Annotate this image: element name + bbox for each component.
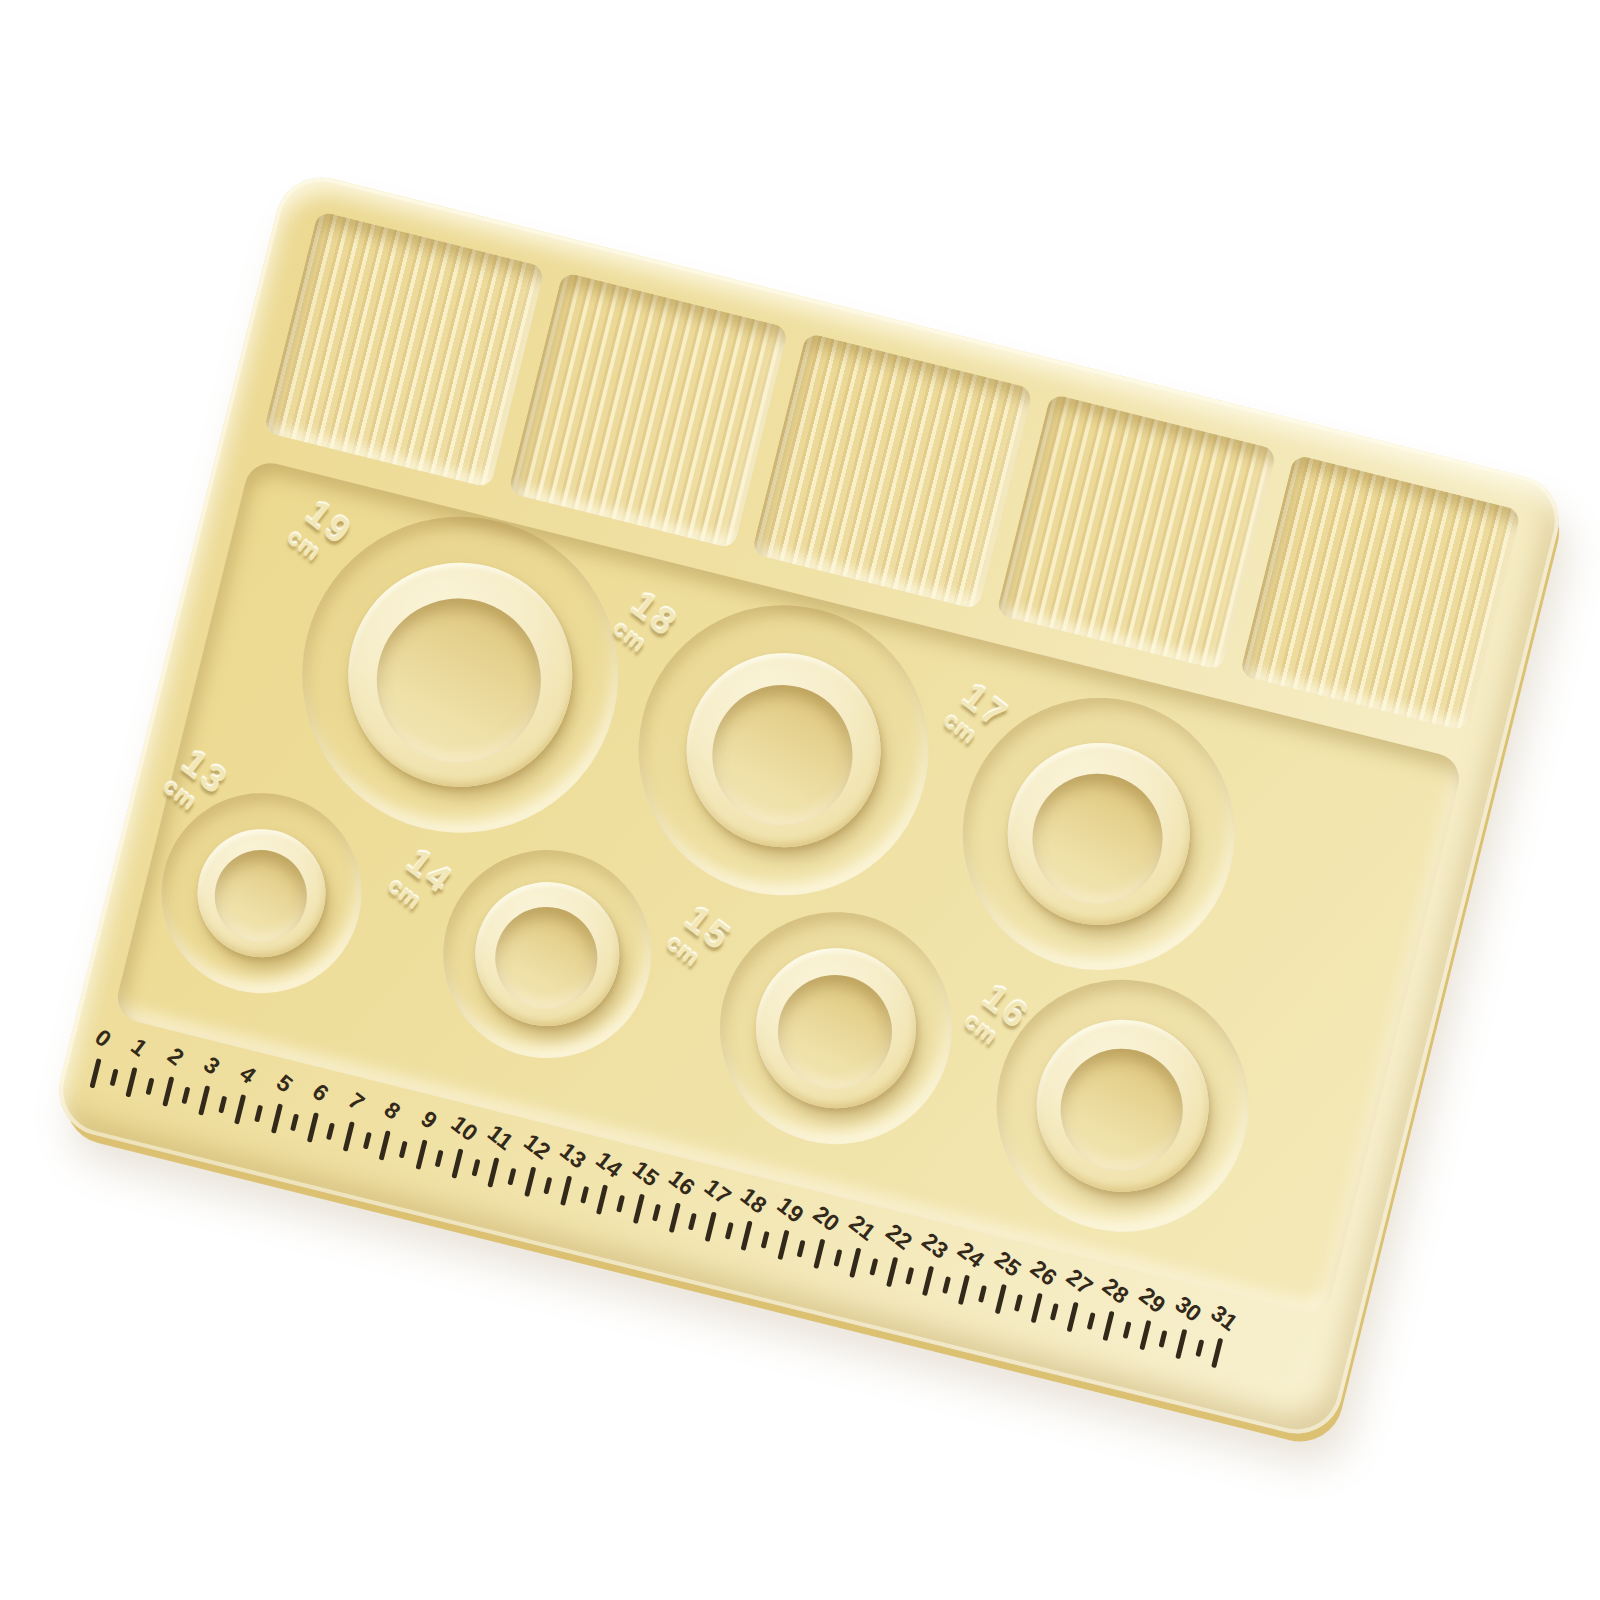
ruler-number: 18 <box>735 1182 772 1219</box>
ruler-tick <box>797 1240 806 1258</box>
ruler-tick <box>978 1285 987 1303</box>
ruler-number: 17 <box>699 1173 736 1210</box>
ruler-number: 27 <box>1061 1264 1098 1301</box>
storage-compartment <box>1240 454 1522 732</box>
ruler-tick <box>218 1096 227 1114</box>
ruler-tick <box>290 1114 299 1132</box>
ruler-number: 3 <box>198 1051 225 1080</box>
ruler-number: 29 <box>1134 1282 1171 1319</box>
ruler-tick <box>89 1058 101 1088</box>
ruler-tick <box>958 1275 970 1305</box>
ruler-tick <box>669 1203 681 1233</box>
ruler-number: 24 <box>953 1237 990 1274</box>
cup-dish <box>1048 1036 1196 1184</box>
ruler-tick <box>652 1204 661 1222</box>
ruler-tick <box>126 1067 138 1097</box>
cup-dish <box>205 840 317 952</box>
ruler-tick <box>198 1085 210 1115</box>
ruler-tick <box>560 1175 572 1205</box>
ruler-tick <box>725 1222 734 1240</box>
ruler-number: 20 <box>808 1200 845 1237</box>
ruler-tick <box>435 1150 444 1168</box>
ruler-number: 14 <box>591 1146 628 1183</box>
ruler-number: 6 <box>307 1078 334 1107</box>
ruler-tick <box>705 1212 717 1242</box>
ruler-tick <box>688 1213 697 1231</box>
ruler-tick <box>596 1185 608 1215</box>
ruler-tick <box>994 1284 1006 1314</box>
ruler-tick <box>1159 1330 1168 1348</box>
ruler-tick <box>326 1123 335 1141</box>
ruler-number: 31 <box>1206 1300 1243 1337</box>
ruler-number: 21 <box>844 1209 881 1246</box>
ruler-number: 1 <box>126 1033 153 1062</box>
ruler-tick <box>182 1087 191 1105</box>
ruler-tick <box>1195 1339 1204 1357</box>
ruler-tick <box>1211 1338 1223 1368</box>
ruler-tick <box>922 1266 934 1296</box>
cup-dish <box>1019 760 1177 918</box>
ruler-tick <box>109 1069 118 1087</box>
ruler-number: 26 <box>1025 1255 1062 1292</box>
ruler-tick <box>1139 1320 1151 1350</box>
ruler-tick <box>254 1105 263 1123</box>
ruler-tick <box>777 1230 789 1260</box>
ruler-tick <box>869 1258 878 1276</box>
ruler-number: 15 <box>627 1155 664 1192</box>
ruler-tick <box>270 1103 282 1133</box>
ruler-tick <box>813 1239 825 1269</box>
ruler-tick <box>833 1249 842 1267</box>
ruler-number: 7 <box>343 1087 370 1116</box>
ruler-tick <box>1067 1302 1079 1332</box>
ruler-tick <box>524 1166 536 1196</box>
ruler-tick <box>886 1257 898 1287</box>
cup-dish <box>360 581 559 780</box>
ruler-tick <box>379 1130 391 1160</box>
ruler-tick <box>616 1195 625 1213</box>
ruler-tick <box>1175 1329 1187 1359</box>
ruler-tick <box>451 1148 463 1178</box>
ruler-tick <box>488 1157 500 1187</box>
ruler-number: 5 <box>271 1069 298 1098</box>
ruler-number: 28 <box>1097 1273 1134 1310</box>
ruler-tick <box>1014 1294 1023 1312</box>
storage-compartment <box>263 211 545 489</box>
ruler-tick <box>761 1231 770 1249</box>
ruler-tick <box>363 1132 372 1150</box>
ruler-tick <box>507 1168 516 1186</box>
ruler-number: 19 <box>772 1191 809 1228</box>
ruler-tick <box>471 1159 480 1177</box>
ruler-tick <box>849 1248 861 1278</box>
ruler-number: 25 <box>989 1246 1026 1283</box>
ruler-tick <box>580 1186 589 1204</box>
ruler-tick <box>399 1141 408 1159</box>
ruler-tick <box>234 1094 246 1124</box>
ruler-number: 2 <box>162 1042 189 1071</box>
ruler-tick <box>1123 1321 1132 1339</box>
ruler-tick <box>741 1221 753 1251</box>
ruler-number: 0 <box>90 1024 117 1053</box>
cup-dish <box>698 670 868 840</box>
ruler-tick <box>1086 1312 1095 1330</box>
cup-dish <box>766 963 904 1101</box>
ruler-number: 30 <box>1170 1291 1207 1328</box>
ruler-tick <box>145 1078 154 1096</box>
ruler-number: 23 <box>916 1227 953 1264</box>
ruler-tick <box>544 1177 553 1195</box>
storage-compartment <box>751 332 1033 610</box>
ruler-tick <box>307 1112 319 1142</box>
ruler-number: 13 <box>554 1137 591 1174</box>
storage-compartment <box>507 271 789 549</box>
ruler-number: 10 <box>446 1110 483 1147</box>
ruler-number: 9 <box>415 1105 442 1134</box>
ruler-tick <box>942 1276 951 1294</box>
ruler-tick <box>1050 1303 1059 1321</box>
ruler-number: 11 <box>483 1120 519 1156</box>
ruler-number: 22 <box>880 1218 917 1255</box>
ruler-tick <box>415 1139 427 1169</box>
ruler-number: 4 <box>234 1060 261 1089</box>
ruler-tick <box>1030 1293 1042 1323</box>
ruler-tick <box>632 1194 644 1224</box>
ruler-tick <box>343 1121 355 1151</box>
ruler-number: 16 <box>663 1164 700 1201</box>
product-photo: 19 cm 18 cm 17 cm <box>0 0 1600 1600</box>
bead-design-board: 19 cm 18 cm 17 cm <box>49 168 1568 1443</box>
ruler-number: 8 <box>379 1096 406 1125</box>
ruler-number: 12 <box>518 1128 555 1165</box>
ruler-tick <box>162 1076 174 1106</box>
cup-dish <box>485 896 609 1020</box>
ruler-tick <box>1103 1311 1115 1341</box>
ruler-tick <box>905 1267 914 1285</box>
storage-compartment <box>996 393 1278 671</box>
